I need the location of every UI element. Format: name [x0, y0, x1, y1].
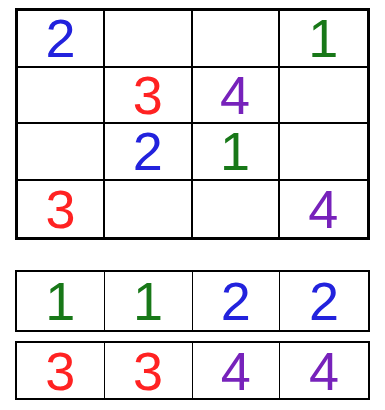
- grid-cell-r3c4[interactable]: [280, 124, 367, 181]
- grid-cell-r1c2[interactable]: [105, 11, 192, 68]
- tray-tile-2a[interactable]: 2: [193, 272, 281, 330]
- grid-cell-r4c3[interactable]: [193, 181, 280, 238]
- tray-tile-4b[interactable]: 4: [280, 343, 368, 398]
- tray-tile-3b[interactable]: 3: [105, 343, 193, 398]
- puzzle-grid: 2 1 3 4 2 1 3 4: [15, 8, 370, 240]
- puzzle-page: 2 1 3 4 2 1 3 4 1 1 2 2 3 3 4 4: [0, 0, 385, 410]
- tray-tile-2b[interactable]: 2: [280, 272, 368, 330]
- grid-cell-r1c3[interactable]: [193, 11, 280, 68]
- grid-cell-r3c3[interactable]: 1: [193, 124, 280, 181]
- grid-cell-r2c1[interactable]: [18, 68, 105, 125]
- grid-cell-r3c1[interactable]: [18, 124, 105, 181]
- grid-cell-r1c4[interactable]: 1: [280, 11, 367, 68]
- tray-tile-1b[interactable]: 1: [105, 272, 193, 330]
- grid-cell-r4c4[interactable]: 4: [280, 181, 367, 238]
- grid-cell-r2c2[interactable]: 3: [105, 68, 192, 125]
- tray-tile-4a[interactable]: 4: [193, 343, 281, 398]
- grid-cell-r1c1[interactable]: 2: [18, 11, 105, 68]
- grid-cell-r4c2[interactable]: [105, 181, 192, 238]
- tile-tray-bottom: 3 3 4 4: [15, 341, 370, 400]
- tray-tile-1a[interactable]: 1: [17, 272, 105, 330]
- tray-tile-3a[interactable]: 3: [17, 343, 105, 398]
- grid-cell-r2c3[interactable]: 4: [193, 68, 280, 125]
- grid-cell-r2c4[interactable]: [280, 68, 367, 125]
- grid-cell-r3c2[interactable]: 2: [105, 124, 192, 181]
- tile-tray-top: 1 1 2 2: [15, 270, 370, 332]
- grid-cell-r4c1[interactable]: 3: [18, 181, 105, 238]
